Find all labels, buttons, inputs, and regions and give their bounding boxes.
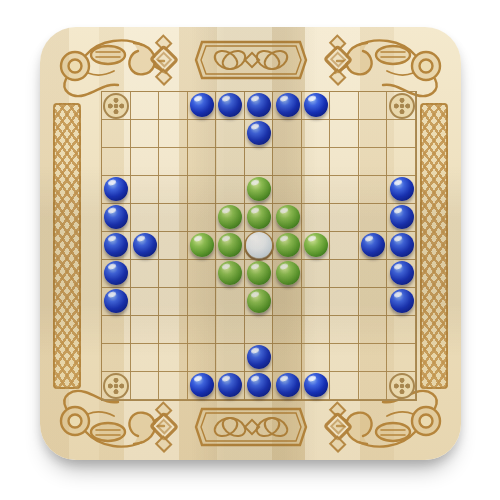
board-cell[interactable] (131, 92, 160, 120)
attacker-stone[interactable] (390, 205, 414, 229)
knotwork-cartouche-bottom (192, 401, 310, 453)
defender-stone[interactable] (247, 205, 271, 229)
board-cell[interactable] (330, 344, 359, 372)
photo-scene (0, 0, 500, 500)
board-cell[interactable] (159, 204, 188, 232)
knotwork-cartouche-top (192, 34, 310, 86)
attacker-stone[interactable] (361, 233, 385, 257)
board-cell[interactable] (330, 288, 359, 316)
board-cell[interactable] (159, 232, 188, 260)
defender-stone[interactable] (247, 261, 271, 285)
board-cell[interactable] (216, 372, 245, 400)
board-cell[interactable] (387, 260, 416, 288)
board-cell[interactable] (188, 372, 217, 400)
board-cell[interactable] (102, 120, 131, 148)
corner-medallion-icon (103, 93, 129, 119)
board-cell[interactable] (102, 316, 131, 344)
board-cell[interactable] (245, 176, 274, 204)
hnefatafl-board (40, 27, 461, 460)
board-cell[interactable] (245, 148, 274, 176)
defender-stone[interactable] (276, 233, 300, 257)
board-cell[interactable] (245, 372, 274, 400)
attacker-stone[interactable] (247, 345, 271, 369)
board-cell[interactable] (159, 176, 188, 204)
board-cell[interactable] (102, 148, 131, 176)
defender-stone[interactable] (218, 233, 242, 257)
diamond-knot-icon (323, 404, 353, 450)
board-cell[interactable] (102, 288, 131, 316)
attacker-stone[interactable] (190, 373, 214, 397)
board-cell[interactable] (359, 92, 388, 120)
diamond-knot-icon (323, 37, 353, 83)
board-cell[interactable] (188, 176, 217, 204)
board-cell[interactable] (159, 288, 188, 316)
board-cell[interactable] (330, 120, 359, 148)
board-cell[interactable] (302, 260, 331, 288)
board-cell[interactable] (359, 148, 388, 176)
board-cell[interactable] (131, 204, 160, 232)
board-cell[interactable] (387, 232, 416, 260)
board-cell[interactable] (273, 232, 302, 260)
board-cell[interactable] (102, 204, 131, 232)
board-cell[interactable] (188, 316, 217, 344)
board-cell[interactable] (188, 260, 217, 288)
board-cell[interactable] (330, 260, 359, 288)
board-cell[interactable] (273, 204, 302, 232)
corner-medallion-icon (103, 373, 129, 399)
board-cell[interactable] (159, 92, 188, 120)
corner-medallion-icon (389, 93, 415, 119)
board-cell[interactable] (188, 344, 217, 372)
board-cell[interactable] (359, 372, 388, 400)
attacker-stone[interactable] (276, 373, 300, 397)
defender-stone[interactable] (276, 261, 300, 285)
attacker-stone[interactable] (247, 373, 271, 397)
board-cell[interactable] (102, 372, 131, 400)
attacker-stone[interactable] (390, 261, 414, 285)
board-cell[interactable] (245, 344, 274, 372)
attacker-stone[interactable] (190, 93, 214, 117)
board-cell[interactable] (131, 176, 160, 204)
board-cell[interactable] (302, 204, 331, 232)
board-cell[interactable] (159, 344, 188, 372)
board-cell[interactable] (216, 260, 245, 288)
attacker-stone[interactable] (304, 93, 328, 117)
board-cell[interactable] (273, 148, 302, 176)
board-cell[interactable] (330, 176, 359, 204)
board-cell[interactable] (273, 120, 302, 148)
board-cell[interactable] (245, 260, 274, 288)
attacker-stone[interactable] (104, 233, 128, 257)
board-cell[interactable] (102, 344, 131, 372)
board-cell[interactable] (102, 176, 131, 204)
board-cell[interactable] (216, 288, 245, 316)
board-cell[interactable] (131, 260, 160, 288)
celtic-braid-right (420, 103, 448, 389)
attacker-stone[interactable] (390, 233, 414, 257)
board-cell[interactable] (387, 316, 416, 344)
board-cell[interactable] (387, 372, 416, 400)
board-cell[interactable] (302, 344, 331, 372)
board-cell[interactable] (273, 92, 302, 120)
board-cell[interactable] (302, 372, 331, 400)
board-cell[interactable] (387, 176, 416, 204)
board-cell[interactable] (330, 372, 359, 400)
attacker-stone[interactable] (104, 177, 128, 201)
board-cell[interactable] (387, 92, 416, 120)
board-cell[interactable] (359, 344, 388, 372)
attacker-stone[interactable] (390, 177, 414, 201)
attacker-stone[interactable] (104, 205, 128, 229)
attacker-stone[interactable] (218, 93, 242, 117)
board-cell[interactable] (216, 92, 245, 120)
attacker-stone[interactable] (104, 289, 128, 313)
board-cell[interactable] (188, 204, 217, 232)
board-cell[interactable] (188, 92, 217, 120)
board-cell[interactable] (159, 372, 188, 400)
board-cell[interactable] (302, 176, 331, 204)
board-cell[interactable] (245, 120, 274, 148)
board-cell[interactable] (273, 288, 302, 316)
attacker-stone[interactable] (104, 261, 128, 285)
board-cell[interactable] (188, 120, 217, 148)
board-cell[interactable] (216, 176, 245, 204)
diamond-knot-icon (149, 404, 179, 450)
board-cell[interactable] (216, 316, 245, 344)
board-cell[interactable] (387, 120, 416, 148)
board-cell[interactable] (188, 148, 217, 176)
board-cell[interactable] (273, 316, 302, 344)
board-cell[interactable] (216, 204, 245, 232)
board-cell[interactable] (159, 120, 188, 148)
board-cell[interactable] (131, 120, 160, 148)
board-cell[interactable] (330, 148, 359, 176)
board-cell[interactable] (245, 232, 274, 260)
board-cell[interactable] (387, 148, 416, 176)
board-cell[interactable] (330, 316, 359, 344)
board-cell[interactable] (273, 260, 302, 288)
board-cell[interactable] (102, 260, 131, 288)
board-cell[interactable] (302, 288, 331, 316)
board-cell[interactable] (359, 316, 388, 344)
board-cell[interactable] (302, 316, 331, 344)
attacker-stone[interactable] (390, 289, 414, 313)
defender-stone[interactable] (304, 233, 328, 257)
board-cell[interactable] (131, 148, 160, 176)
defender-stone[interactable] (218, 205, 242, 229)
board-cell[interactable] (387, 204, 416, 232)
attacker-stone[interactable] (304, 373, 328, 397)
board-cell[interactable] (131, 232, 160, 260)
board-cell[interactable] (273, 176, 302, 204)
board-cell[interactable] (387, 288, 416, 316)
board-cell[interactable] (359, 120, 388, 148)
board-cell[interactable] (188, 232, 217, 260)
celtic-braid-left (53, 103, 81, 389)
defender-stone[interactable] (247, 177, 271, 201)
board-cell[interactable] (159, 316, 188, 344)
board-cell[interactable] (359, 288, 388, 316)
attacker-stone[interactable] (133, 233, 157, 257)
attacker-stone[interactable] (247, 93, 271, 117)
board-cell[interactable] (330, 92, 359, 120)
board-cell[interactable] (216, 148, 245, 176)
board-cell[interactable] (302, 120, 331, 148)
king-stone[interactable] (246, 232, 272, 258)
board-cell[interactable] (102, 232, 131, 260)
board-cell[interactable] (102, 92, 131, 120)
board-cell[interactable] (245, 92, 274, 120)
attacker-stone[interactable] (247, 121, 271, 145)
attacker-stone[interactable] (276, 93, 300, 117)
board-cell[interactable] (245, 316, 274, 344)
board-cell[interactable] (216, 120, 245, 148)
defender-stone[interactable] (190, 233, 214, 257)
board-cell[interactable] (387, 344, 416, 372)
board-cell[interactable] (273, 344, 302, 372)
board-cell[interactable] (302, 232, 331, 260)
board-cell[interactable] (359, 204, 388, 232)
board-cell[interactable] (216, 232, 245, 260)
play-grid (101, 91, 417, 401)
board-cell[interactable] (131, 288, 160, 316)
board-cell[interactable] (131, 344, 160, 372)
board-cell[interactable] (330, 232, 359, 260)
board-cell[interactable] (359, 176, 388, 204)
board-cell[interactable] (159, 260, 188, 288)
board-cell[interactable] (330, 204, 359, 232)
board-cell[interactable] (188, 288, 217, 316)
board-cell[interactable] (302, 148, 331, 176)
board-cell[interactable] (245, 288, 274, 316)
board-cell[interactable] (302, 92, 331, 120)
board-cell[interactable] (131, 372, 160, 400)
board-cell[interactable] (245, 204, 274, 232)
attacker-stone[interactable] (218, 373, 242, 397)
diamond-knot-icon (149, 37, 179, 83)
defender-stone[interactable] (276, 205, 300, 229)
corner-medallion-icon (389, 373, 415, 399)
board-cell[interactable] (359, 260, 388, 288)
board-cell[interactable] (159, 148, 188, 176)
board-cell[interactable] (359, 232, 388, 260)
board-cell[interactable] (216, 344, 245, 372)
board-cell[interactable] (273, 372, 302, 400)
board-cell[interactable] (131, 316, 160, 344)
defender-stone[interactable] (218, 261, 242, 285)
defender-stone[interactable] (247, 289, 271, 313)
